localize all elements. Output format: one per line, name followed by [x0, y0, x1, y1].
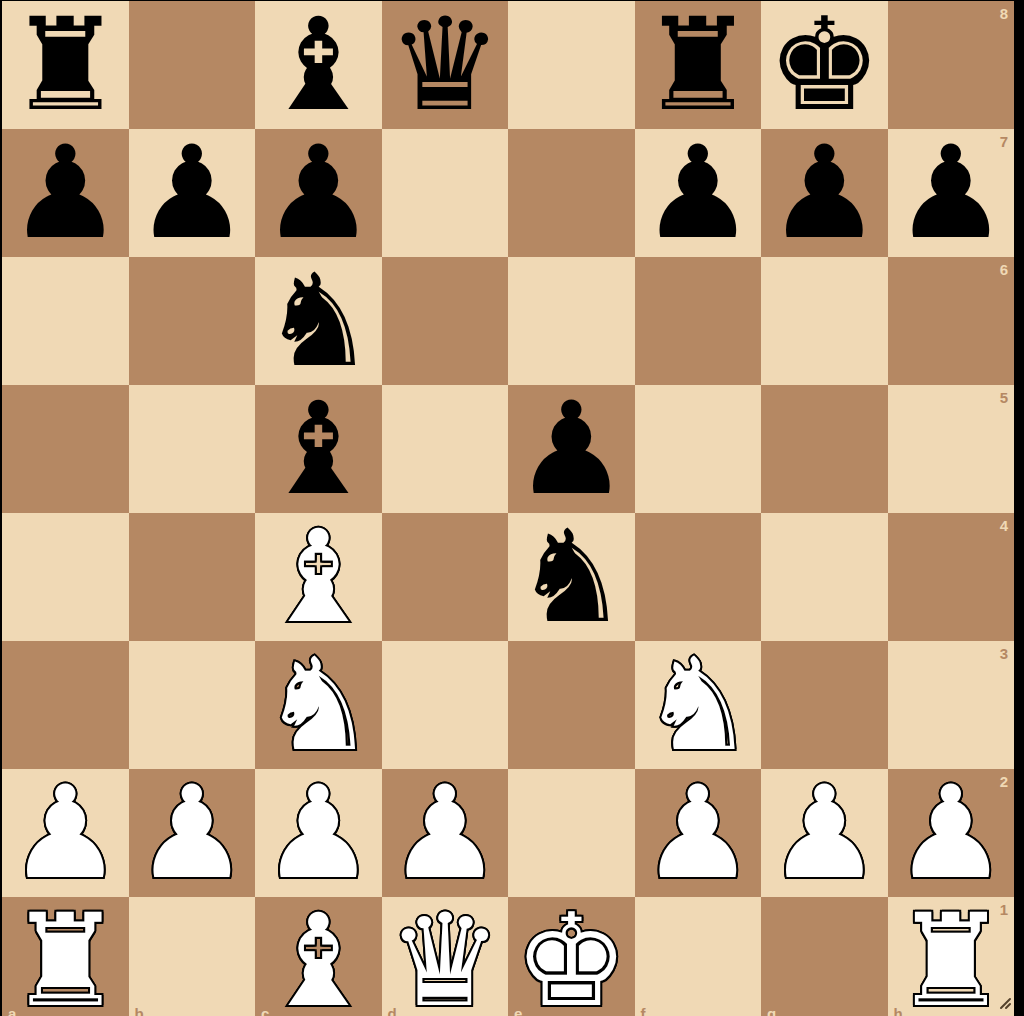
white-pawn[interactable]: ♟ — [8, 769, 123, 897]
square-a7[interactable]: ♟ — [2, 129, 129, 257]
square-h4[interactable]: 4 — [888, 513, 1015, 641]
square-g3[interactable] — [761, 641, 888, 769]
black-pawn[interactable]: ♟ — [640, 129, 755, 257]
rank-label-3: 3 — [1000, 646, 1008, 661]
square-b7[interactable]: ♟ — [129, 129, 256, 257]
square-b6[interactable] — [129, 257, 256, 385]
square-b5[interactable] — [129, 385, 256, 513]
chess-board: ♜♝♛♜♚8♟♟♟♟♟♟7♞6♝♟5♝♞4♞♞3♟♟♟♟♟♟♟2♜ab♝c♛d♚… — [2, 1, 1014, 1012]
white-pawn[interactable]: ♟ — [893, 769, 1008, 897]
square-d7[interactable] — [382, 129, 509, 257]
square-b2[interactable]: ♟ — [129, 769, 256, 897]
square-a1[interactable]: ♜a — [2, 897, 129, 1016]
rank-label-5: 5 — [1000, 390, 1008, 405]
white-pawn[interactable]: ♟ — [767, 769, 882, 897]
square-h5[interactable]: 5 — [888, 385, 1015, 513]
black-pawn[interactable]: ♟ — [767, 129, 882, 257]
square-e4[interactable]: ♞ — [508, 513, 635, 641]
black-knight[interactable]: ♞ — [261, 257, 376, 385]
white-bishop[interactable]: ♝ — [261, 897, 376, 1016]
square-c6[interactable]: ♞ — [255, 257, 382, 385]
square-a6[interactable] — [2, 257, 129, 385]
square-h6[interactable]: 6 — [888, 257, 1015, 385]
rank-label-4: 4 — [1000, 518, 1008, 533]
square-e3[interactable] — [508, 641, 635, 769]
black-bishop[interactable]: ♝ — [261, 1, 376, 129]
square-d5[interactable] — [382, 385, 509, 513]
square-c1[interactable]: ♝c — [255, 897, 382, 1016]
square-c3[interactable]: ♞ — [255, 641, 382, 769]
square-g6[interactable] — [761, 257, 888, 385]
square-g4[interactable] — [761, 513, 888, 641]
square-c5[interactable]: ♝ — [255, 385, 382, 513]
square-e6[interactable] — [508, 257, 635, 385]
square-c4[interactable]: ♝ — [255, 513, 382, 641]
white-king[interactable]: ♚ — [514, 897, 629, 1016]
white-pawn[interactable]: ♟ — [387, 769, 502, 897]
square-e1[interactable]: ♚e — [508, 897, 635, 1016]
square-f6[interactable] — [635, 257, 762, 385]
square-b1[interactable]: b — [129, 897, 256, 1016]
board-resize-handle-icon[interactable] — [996, 994, 1012, 1010]
square-d4[interactable] — [382, 513, 509, 641]
black-queen[interactable]: ♛ — [387, 1, 502, 129]
white-knight[interactable]: ♞ — [640, 641, 755, 769]
square-f3[interactable]: ♞ — [635, 641, 762, 769]
rank-label-8: 8 — [1000, 6, 1008, 21]
square-f8[interactable]: ♜ — [635, 1, 762, 129]
square-h7[interactable]: ♟7 — [888, 129, 1015, 257]
square-d2[interactable]: ♟ — [382, 769, 509, 897]
white-rook[interactable]: ♜ — [893, 897, 1008, 1016]
page-background: ♜♝♛♜♚8♟♟♟♟♟♟7♞6♝♟5♝♞4♞♞3♟♟♟♟♟♟♟2♜ab♝c♛d♚… — [0, 0, 1024, 1016]
square-g5[interactable] — [761, 385, 888, 513]
file-label-f: f — [641, 1006, 646, 1016]
white-knight[interactable]: ♞ — [261, 641, 376, 769]
rank-label-6: 6 — [1000, 262, 1008, 277]
square-a8[interactable]: ♜ — [2, 1, 129, 129]
square-g7[interactable]: ♟ — [761, 129, 888, 257]
black-pawn[interactable]: ♟ — [8, 129, 123, 257]
white-pawn[interactable]: ♟ — [640, 769, 755, 897]
square-h3[interactable]: 3 — [888, 641, 1015, 769]
square-c2[interactable]: ♟ — [255, 769, 382, 897]
board-container: ♜♝♛♜♚8♟♟♟♟♟♟7♞6♝♟5♝♞4♞♞3♟♟♟♟♟♟♟2♜ab♝c♛d♚… — [2, 1, 1014, 1012]
square-d6[interactable] — [382, 257, 509, 385]
white-pawn[interactable]: ♟ — [261, 769, 376, 897]
square-e8[interactable] — [508, 1, 635, 129]
square-c7[interactable]: ♟ — [255, 129, 382, 257]
black-knight[interactable]: ♞ — [514, 513, 629, 641]
square-f7[interactable]: ♟ — [635, 129, 762, 257]
white-rook[interactable]: ♜ — [8, 897, 123, 1016]
file-label-g: g — [767, 1006, 776, 1016]
square-e2[interactable] — [508, 769, 635, 897]
square-a2[interactable]: ♟ — [2, 769, 129, 897]
square-a3[interactable] — [2, 641, 129, 769]
square-h8[interactable]: 8 — [888, 1, 1015, 129]
square-d3[interactable] — [382, 641, 509, 769]
square-b3[interactable] — [129, 641, 256, 769]
file-label-b: b — [135, 1006, 144, 1016]
square-a4[interactable] — [2, 513, 129, 641]
square-d1[interactable]: ♛d — [382, 897, 509, 1016]
square-g8[interactable]: ♚ — [761, 1, 888, 129]
square-f1[interactable]: f — [635, 897, 762, 1016]
square-e7[interactable] — [508, 129, 635, 257]
square-d8[interactable]: ♛ — [382, 1, 509, 129]
square-b4[interactable] — [129, 513, 256, 641]
square-b8[interactable] — [129, 1, 256, 129]
square-g2[interactable]: ♟ — [761, 769, 888, 897]
square-f5[interactable] — [635, 385, 762, 513]
black-rook[interactable]: ♜ — [640, 1, 755, 129]
square-e5[interactable]: ♟ — [508, 385, 635, 513]
white-queen[interactable]: ♛ — [387, 897, 502, 1016]
square-g1[interactable]: g — [761, 897, 888, 1016]
black-pawn[interactable]: ♟ — [134, 129, 249, 257]
square-f2[interactable]: ♟ — [635, 769, 762, 897]
black-rook[interactable]: ♜ — [8, 1, 123, 129]
black-pawn[interactable]: ♟ — [514, 385, 629, 513]
white-bishop[interactable]: ♝ — [261, 513, 376, 641]
square-f4[interactable] — [635, 513, 762, 641]
white-pawn[interactable]: ♟ — [134, 769, 249, 897]
square-c8[interactable]: ♝ — [255, 1, 382, 129]
square-a5[interactable] — [2, 385, 129, 513]
black-pawn[interactable]: ♟ — [261, 129, 376, 257]
black-bishop[interactable]: ♝ — [261, 385, 376, 513]
black-king[interactable]: ♚ — [767, 1, 882, 129]
square-h2[interactable]: ♟2 — [888, 769, 1015, 897]
black-pawn[interactable]: ♟ — [893, 129, 1008, 257]
